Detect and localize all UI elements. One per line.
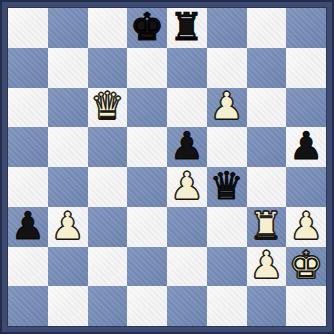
- piece-white-pawn-b3[interactable]: ♟: [51, 207, 85, 245]
- square-c1[interactable]: [88, 286, 128, 326]
- square-c3[interactable]: [88, 207, 128, 247]
- square-h2[interactable]: ♚: [286, 247, 326, 287]
- piece-black-pawn-h5[interactable]: ♟: [289, 127, 323, 165]
- piece-white-pawn-e4[interactable]: ♟: [170, 167, 204, 205]
- piece-white-king-h2[interactable]: ♚: [289, 247, 323, 285]
- piece-white-rook-g3[interactable]: ♜: [249, 207, 283, 245]
- square-h6[interactable]: [286, 88, 326, 128]
- square-g7[interactable]: [247, 48, 287, 88]
- piece-white-pawn-f6[interactable]: ♟: [210, 88, 244, 126]
- square-c2[interactable]: [88, 247, 128, 287]
- board-frame: ♚♜♛♟♟♟♟♛♟♟♜♟♟♚: [0, 0, 334, 334]
- piece-black-pawn-e5[interactable]: ♟: [170, 127, 204, 165]
- square-g1[interactable]: [247, 286, 287, 326]
- square-b1[interactable]: [48, 286, 88, 326]
- square-e5[interactable]: ♟: [167, 127, 207, 167]
- square-e1[interactable]: [167, 286, 207, 326]
- square-e3[interactable]: [167, 207, 207, 247]
- square-h8[interactable]: [286, 8, 326, 48]
- square-c6[interactable]: ♛: [88, 88, 128, 128]
- square-f6[interactable]: ♟: [207, 88, 247, 128]
- square-d1[interactable]: [127, 286, 167, 326]
- square-d6[interactable]: [127, 88, 167, 128]
- square-d5[interactable]: [127, 127, 167, 167]
- square-e2[interactable]: [167, 247, 207, 287]
- square-d8[interactable]: ♚: [127, 8, 167, 48]
- piece-black-pawn-a3[interactable]: ♟: [11, 207, 45, 245]
- square-a1[interactable]: [8, 286, 48, 326]
- square-b4[interactable]: [48, 167, 88, 207]
- square-a8[interactable]: [8, 8, 48, 48]
- chessboard: ♚♜♛♟♟♟♟♛♟♟♜♟♟♚: [7, 7, 327, 327]
- square-a7[interactable]: [8, 48, 48, 88]
- square-f4[interactable]: ♛: [207, 167, 247, 207]
- square-a2[interactable]: [8, 247, 48, 287]
- square-f2[interactable]: [207, 247, 247, 287]
- square-f3[interactable]: [207, 207, 247, 247]
- square-g2[interactable]: ♟: [247, 247, 287, 287]
- square-h1[interactable]: [286, 286, 326, 326]
- square-c7[interactable]: [88, 48, 128, 88]
- piece-black-rook-e8[interactable]: ♜: [170, 8, 204, 46]
- square-g4[interactable]: [247, 167, 287, 207]
- square-d4[interactable]: [127, 167, 167, 207]
- square-f5[interactable]: [207, 127, 247, 167]
- square-e6[interactable]: [167, 88, 207, 128]
- square-g5[interactable]: [247, 127, 287, 167]
- square-f8[interactable]: [207, 8, 247, 48]
- square-e8[interactable]: ♜: [167, 8, 207, 48]
- piece-white-queen-c6[interactable]: ♛: [90, 88, 124, 126]
- square-d2[interactable]: [127, 247, 167, 287]
- square-d3[interactable]: [127, 207, 167, 247]
- square-h7[interactable]: [286, 48, 326, 88]
- piece-black-king-d8[interactable]: ♚: [130, 8, 164, 46]
- piece-white-pawn-g2[interactable]: ♟: [249, 247, 283, 285]
- square-e7[interactable]: [167, 48, 207, 88]
- square-b2[interactable]: [48, 247, 88, 287]
- square-a3[interactable]: ♟: [8, 207, 48, 247]
- square-f7[interactable]: [207, 48, 247, 88]
- square-c8[interactable]: [88, 8, 128, 48]
- square-b3[interactable]: ♟: [48, 207, 88, 247]
- square-a5[interactable]: [8, 127, 48, 167]
- square-b7[interactable]: [48, 48, 88, 88]
- square-b8[interactable]: [48, 8, 88, 48]
- square-g8[interactable]: [247, 8, 287, 48]
- square-a6[interactable]: [8, 88, 48, 128]
- square-e4[interactable]: ♟: [167, 167, 207, 207]
- square-h5[interactable]: ♟: [286, 127, 326, 167]
- piece-black-queen-f4[interactable]: ♛: [210, 167, 244, 205]
- square-f1[interactable]: [207, 286, 247, 326]
- square-h4[interactable]: [286, 167, 326, 207]
- square-g6[interactable]: [247, 88, 287, 128]
- piece-white-pawn-h3[interactable]: ♟: [289, 207, 323, 245]
- square-b6[interactable]: [48, 88, 88, 128]
- square-d7[interactable]: [127, 48, 167, 88]
- square-b5[interactable]: [48, 127, 88, 167]
- square-c4[interactable]: [88, 167, 128, 207]
- square-a4[interactable]: [8, 167, 48, 207]
- square-h3[interactable]: ♟: [286, 207, 326, 247]
- square-c5[interactable]: [88, 127, 128, 167]
- square-g3[interactable]: ♜: [247, 207, 287, 247]
